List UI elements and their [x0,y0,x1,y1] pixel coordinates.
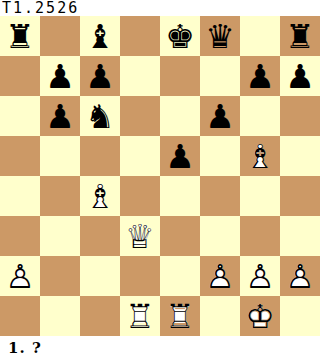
piece-white-bishop: ♝♗ [85,180,115,213]
square-f4[interactable] [200,176,240,216]
square-f5[interactable] [200,136,240,176]
piece-white-rook: ♜♖ [165,300,195,333]
piece-black-pawn: ♟ [285,60,315,93]
piece-glyph: ♖ [125,300,155,333]
square-f6[interactable]: ♟ [200,96,240,136]
square-c7[interactable]: ♟ [80,56,120,96]
piece-glyph: ♟ [245,60,275,93]
square-b4[interactable] [40,176,80,216]
square-a6[interactable] [0,96,40,136]
square-e3[interactable] [160,216,200,256]
piece-white-pawn: ♟♙ [245,260,275,293]
piece-glyph: ♖ [165,300,195,333]
square-e1[interactable]: ♜♖ [160,296,200,336]
square-a8[interactable]: ♜ [0,16,40,56]
piece-glyph: ♞ [85,100,115,133]
piece-glyph: ♝ [85,20,115,53]
piece-glyph: ♙ [285,260,315,293]
square-e7[interactable] [160,56,200,96]
piece-glyph: ♙ [205,260,235,293]
square-f7[interactable] [200,56,240,96]
square-h4[interactable] [280,176,320,216]
square-h7[interactable]: ♟ [280,56,320,96]
square-a3[interactable] [0,216,40,256]
piece-black-queen: ♛ [205,20,235,53]
piece-white-pawn: ♟♙ [5,260,35,293]
square-h2[interactable]: ♟♙ [280,256,320,296]
square-g5[interactable]: ♝♗ [240,136,280,176]
square-e5[interactable]: ♟ [160,136,200,176]
piece-black-pawn: ♟ [85,60,115,93]
square-d5[interactable] [120,136,160,176]
square-e4[interactable] [160,176,200,216]
square-b2[interactable] [40,256,80,296]
square-b5[interactable] [40,136,80,176]
piece-white-queen: ♛♕ [125,220,155,253]
square-b7[interactable]: ♟ [40,56,80,96]
piece-black-rook: ♜ [5,20,35,53]
piece-black-pawn: ♟ [245,60,275,93]
piece-glyph: ♜ [5,20,35,53]
square-b3[interactable] [40,216,80,256]
piece-glyph: ♟ [285,60,315,93]
square-a1[interactable] [0,296,40,336]
chess-board: ♜♝♚♛♜♟♟♟♟♟♞♟♟♝♗♝♗♛♕♟♙♟♙♟♙♟♙♜♖♜♖♚♔ [0,16,320,336]
piece-glyph: ♟ [165,140,195,173]
square-a5[interactable] [0,136,40,176]
piece-black-king: ♚ [165,20,195,53]
square-c6[interactable]: ♞ [80,96,120,136]
square-c3[interactable] [80,216,120,256]
square-a2[interactable]: ♟♙ [0,256,40,296]
piece-glyph: ♟ [45,60,75,93]
square-c4[interactable]: ♝♗ [80,176,120,216]
piece-white-bishop: ♝♗ [245,140,275,173]
square-h5[interactable] [280,136,320,176]
square-d1[interactable]: ♜♖ [120,296,160,336]
piece-black-bishop: ♝ [85,20,115,53]
piece-white-pawn: ♟♙ [205,260,235,293]
square-e2[interactable] [160,256,200,296]
piece-black-knight: ♞ [85,100,115,133]
square-d2[interactable] [120,256,160,296]
square-b8[interactable] [40,16,80,56]
piece-white-rook: ♜♖ [125,300,155,333]
piece-glyph: ♟ [45,100,75,133]
square-g7[interactable]: ♟ [240,56,280,96]
piece-glyph: ♗ [85,180,115,213]
square-a4[interactable] [0,176,40,216]
square-f1[interactable] [200,296,240,336]
square-c1[interactable] [80,296,120,336]
square-a7[interactable] [0,56,40,96]
square-h6[interactable] [280,96,320,136]
square-d4[interactable] [120,176,160,216]
square-b6[interactable]: ♟ [40,96,80,136]
square-h1[interactable] [280,296,320,336]
piece-glyph: ♛ [205,20,235,53]
piece-glyph: ♔ [245,300,275,333]
square-c8[interactable]: ♝ [80,16,120,56]
square-c5[interactable] [80,136,120,176]
piece-white-king: ♚♔ [245,300,275,333]
square-g8[interactable] [240,16,280,56]
piece-glyph: ♜ [285,20,315,53]
piece-black-pawn: ♟ [165,140,195,173]
piece-glyph: ♟ [85,60,115,93]
square-e6[interactable] [160,96,200,136]
square-g6[interactable] [240,96,280,136]
piece-black-rook: ♜ [285,20,315,53]
piece-black-pawn: ♟ [45,60,75,93]
square-g1[interactable]: ♚♔ [240,296,280,336]
move-prompt: 1. ? [0,336,320,360]
piece-glyph: ♟ [205,100,235,133]
square-g3[interactable] [240,216,280,256]
square-g4[interactable] [240,176,280,216]
square-d6[interactable] [120,96,160,136]
piece-white-pawn: ♟♙ [285,260,315,293]
square-d7[interactable] [120,56,160,96]
puzzle-id-label: T1.2526 [0,0,320,16]
square-f2[interactable]: ♟♙ [200,256,240,296]
square-h3[interactable] [280,216,320,256]
piece-glyph: ♙ [245,260,275,293]
square-d3[interactable]: ♛♕ [120,216,160,256]
piece-black-pawn: ♟ [45,100,75,133]
piece-glyph: ♙ [5,260,35,293]
square-d8[interactable] [120,16,160,56]
square-c2[interactable] [80,256,120,296]
square-h8[interactable]: ♜ [280,16,320,56]
piece-glyph: ♚ [165,20,195,53]
piece-glyph: ♗ [245,140,275,173]
piece-black-pawn: ♟ [205,100,235,133]
square-f8[interactable]: ♛ [200,16,240,56]
square-b1[interactable] [40,296,80,336]
square-g2[interactable]: ♟♙ [240,256,280,296]
square-f3[interactable] [200,216,240,256]
piece-glyph: ♕ [125,220,155,253]
puzzle-page: T1.2526 ♜♝♚♛♜♟♟♟♟♟♞♟♟♝♗♝♗♛♕♟♙♟♙♟♙♟♙♜♖♜♖♚… [0,0,320,360]
square-e8[interactable]: ♚ [160,16,200,56]
